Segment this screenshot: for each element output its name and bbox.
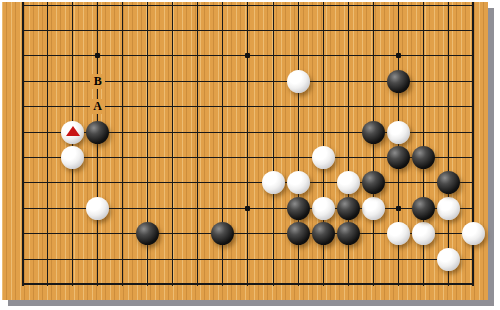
black-stone[interactable] bbox=[287, 222, 310, 245]
white-stone[interactable] bbox=[387, 121, 410, 144]
point-label-B: B bbox=[90, 74, 105, 89]
star-point bbox=[396, 53, 401, 58]
white-stone[interactable] bbox=[287, 171, 310, 194]
grid-line-vertical bbox=[172, 2, 173, 286]
white-stone[interactable] bbox=[337, 171, 360, 194]
grid-line-vertical bbox=[373, 2, 374, 286]
white-stone[interactable] bbox=[412, 222, 435, 245]
star-point bbox=[95, 53, 100, 58]
go-board[interactable]: AB bbox=[2, 2, 488, 300]
grid-line-vertical bbox=[448, 2, 449, 286]
grid-line-vertical bbox=[47, 2, 48, 286]
black-stone[interactable] bbox=[362, 171, 385, 194]
white-stone[interactable] bbox=[312, 146, 335, 169]
grid-line-horizontal bbox=[22, 5, 475, 6]
point-label-A: A bbox=[90, 99, 105, 114]
grid-line-vertical bbox=[197, 2, 198, 286]
grid-line-vertical bbox=[247, 2, 248, 286]
grid-line-vertical bbox=[273, 2, 274, 286]
black-stone[interactable] bbox=[362, 121, 385, 144]
black-stone[interactable] bbox=[211, 222, 234, 245]
black-stone[interactable] bbox=[312, 222, 335, 245]
triangle-mark bbox=[66, 126, 80, 136]
black-stone[interactable] bbox=[387, 70, 410, 93]
black-stone[interactable] bbox=[337, 197, 360, 220]
star-point bbox=[396, 206, 401, 211]
black-stone[interactable] bbox=[412, 197, 435, 220]
grid-line-vertical bbox=[72, 2, 73, 286]
black-stone[interactable] bbox=[136, 222, 159, 245]
grid-line-vertical bbox=[122, 2, 123, 286]
white-stone[interactable] bbox=[61, 146, 84, 169]
white-stone[interactable] bbox=[312, 197, 335, 220]
black-stone[interactable] bbox=[86, 121, 109, 144]
black-stone[interactable] bbox=[412, 146, 435, 169]
star-point bbox=[245, 206, 250, 211]
white-stone[interactable] bbox=[387, 222, 410, 245]
white-stone[interactable] bbox=[262, 171, 285, 194]
black-stone[interactable] bbox=[337, 222, 360, 245]
grid-line-horizontal bbox=[22, 259, 475, 260]
black-stone[interactable] bbox=[437, 171, 460, 194]
grid-line-vertical bbox=[22, 2, 24, 286]
white-stone[interactable] bbox=[437, 248, 460, 271]
black-stone[interactable] bbox=[387, 146, 410, 169]
screenshot-frame: AB bbox=[0, 0, 500, 310]
white-stone[interactable] bbox=[437, 197, 460, 220]
star-point bbox=[245, 53, 250, 58]
white-stone[interactable] bbox=[462, 222, 485, 245]
grid-line-horizontal bbox=[22, 30, 475, 31]
black-stone[interactable] bbox=[287, 197, 310, 220]
grid-line-horizontal bbox=[22, 182, 475, 183]
white-stone[interactable] bbox=[86, 197, 109, 220]
grid-line-horizontal bbox=[22, 283, 475, 285]
grid-line-vertical bbox=[97, 2, 98, 286]
white-stone[interactable] bbox=[287, 70, 310, 93]
white-stone[interactable] bbox=[362, 197, 385, 220]
